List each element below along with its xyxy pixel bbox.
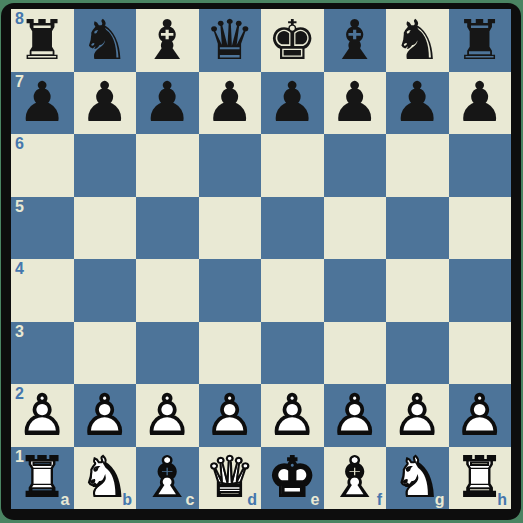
white-piece-outline-glyph: ♖ <box>449 447 512 510</box>
white-piece-outline-glyph: ♕ <box>199 447 262 510</box>
black-piece-glyph: ♚ <box>261 9 324 72</box>
square-d8[interactable]: ♛ <box>199 9 262 72</box>
square-b7[interactable]: ♟ <box>74 72 137 135</box>
square-a1[interactable]: ♜♖1a <box>11 447 74 510</box>
square-d2[interactable]: ♟♙ <box>199 384 262 447</box>
piece-white-rook-a1[interactable]: ♜♖ <box>11 447 74 510</box>
black-piece-glyph: ♟ <box>136 72 199 135</box>
square-g3[interactable] <box>386 322 449 385</box>
black-piece-glyph: ♟ <box>324 72 387 135</box>
board-grid: ♜8♞♝♛♚♝♞♜♟7♟♟♟♟♟♟♟6543♟♙2♟♙♟♙♟♙♟♙♟♙♟♙♟♙♜… <box>11 9 511 509</box>
square-g7[interactable]: ♟ <box>386 72 449 135</box>
square-f2[interactable]: ♟♙ <box>324 384 387 447</box>
black-piece-glyph: ♛ <box>199 9 262 72</box>
square-h8[interactable]: ♜ <box>449 9 512 72</box>
white-piece-outline-glyph: ♙ <box>199 384 262 447</box>
square-c3[interactable] <box>136 322 199 385</box>
black-piece-glyph: ♜ <box>11 9 74 72</box>
piece-black-pawn-b7[interactable]: ♟ <box>74 72 137 135</box>
piece-white-pawn-f2[interactable]: ♟♙ <box>324 384 387 447</box>
black-piece-glyph: ♞ <box>74 9 137 72</box>
page-background: ♜8♞♝♛♚♝♞♜♟7♟♟♟♟♟♟♟6543♟♙2♟♙♟♙♟♙♟♙♟♙♟♙♟♙♜… <box>0 0 523 523</box>
piece-black-pawn-g7[interactable]: ♟ <box>386 72 449 135</box>
square-e7[interactable]: ♟ <box>261 72 324 135</box>
square-c7[interactable]: ♟ <box>136 72 199 135</box>
square-h7[interactable]: ♟ <box>449 72 512 135</box>
square-d6[interactable] <box>199 134 262 197</box>
black-piece-glyph: ♜ <box>449 9 512 72</box>
piece-white-knight-b1[interactable]: ♞♘ <box>74 447 137 510</box>
white-piece-outline-glyph: ♙ <box>136 384 199 447</box>
square-a7[interactable]: ♟7 <box>11 72 74 135</box>
piece-black-pawn-a7[interactable]: ♟ <box>11 72 74 135</box>
square-g8[interactable]: ♞ <box>386 9 449 72</box>
square-a6[interactable]: 6 <box>11 134 74 197</box>
black-piece-glyph: ♟ <box>261 72 324 135</box>
square-e4[interactable] <box>261 259 324 322</box>
piece-white-bishop-c1[interactable]: ♝♗ <box>136 447 199 510</box>
piece-white-king-e1[interactable]: ♚♔ <box>261 447 324 510</box>
black-piece-glyph: ♝ <box>136 9 199 72</box>
piece-white-pawn-b2[interactable]: ♟♙ <box>74 384 137 447</box>
white-piece-outline-glyph: ♖ <box>11 447 74 510</box>
rank-label-3: 3 <box>15 324 24 340</box>
square-b1[interactable]: ♞♘b <box>74 447 137 510</box>
piece-white-pawn-h2[interactable]: ♟♙ <box>449 384 512 447</box>
square-f4[interactable] <box>324 259 387 322</box>
black-piece-glyph: ♟ <box>449 72 512 135</box>
piece-black-queen-d8[interactable]: ♛ <box>199 9 262 72</box>
square-h1[interactable]: ♜♖h <box>449 447 512 510</box>
square-c2[interactable]: ♟♙ <box>136 384 199 447</box>
square-f3[interactable] <box>324 322 387 385</box>
square-c4[interactable] <box>136 259 199 322</box>
piece-black-pawn-c7[interactable]: ♟ <box>136 72 199 135</box>
square-g4[interactable] <box>386 259 449 322</box>
black-piece-glyph: ♟ <box>386 72 449 135</box>
white-piece-outline-glyph: ♔ <box>261 447 324 510</box>
white-piece-outline-glyph: ♙ <box>261 384 324 447</box>
white-piece-outline-glyph: ♗ <box>324 447 387 510</box>
white-piece-outline-glyph: ♙ <box>324 384 387 447</box>
square-d7[interactable]: ♟ <box>199 72 262 135</box>
square-b4[interactable] <box>74 259 137 322</box>
piece-black-knight-b8[interactable]: ♞ <box>74 9 137 72</box>
piece-black-pawn-d7[interactable]: ♟ <box>199 72 262 135</box>
black-piece-glyph: ♟ <box>199 72 262 135</box>
piece-black-king-e8[interactable]: ♚ <box>261 9 324 72</box>
piece-black-pawn-e7[interactable]: ♟ <box>261 72 324 135</box>
rank-label-4: 4 <box>15 261 24 277</box>
white-piece-outline-glyph: ♘ <box>386 447 449 510</box>
chess-board: ♜8♞♝♛♚♝♞♜♟7♟♟♟♟♟♟♟6543♟♙2♟♙♟♙♟♙♟♙♟♙♟♙♟♙♜… <box>1 3 521 520</box>
square-h2[interactable]: ♟♙ <box>449 384 512 447</box>
piece-white-pawn-e2[interactable]: ♟♙ <box>261 384 324 447</box>
piece-black-knight-g8[interactable]: ♞ <box>386 9 449 72</box>
square-f5[interactable] <box>324 197 387 260</box>
square-d5[interactable] <box>199 197 262 260</box>
square-d3[interactable] <box>199 322 262 385</box>
black-piece-glyph: ♟ <box>11 72 74 135</box>
rank-label-5: 5 <box>15 199 24 215</box>
rank-label-6: 6 <box>15 136 24 152</box>
square-h6[interactable] <box>449 134 512 197</box>
square-c5[interactable] <box>136 197 199 260</box>
white-piece-outline-glyph: ♘ <box>74 447 137 510</box>
square-f8[interactable]: ♝ <box>324 9 387 72</box>
square-e3[interactable] <box>261 322 324 385</box>
square-h4[interactable] <box>449 259 512 322</box>
square-a8[interactable]: ♜8 <box>11 9 74 72</box>
piece-black-bishop-c8[interactable]: ♝ <box>136 9 199 72</box>
black-piece-glyph: ♟ <box>74 72 137 135</box>
white-piece-outline-glyph: ♙ <box>74 384 137 447</box>
piece-white-pawn-a2[interactable]: ♟♙ <box>11 384 74 447</box>
white-piece-outline-glyph: ♙ <box>386 384 449 447</box>
piece-white-rook-h1[interactable]: ♜♖ <box>449 447 512 510</box>
piece-white-pawn-g2[interactable]: ♟♙ <box>386 384 449 447</box>
square-c6[interactable] <box>136 134 199 197</box>
piece-white-queen-d1[interactable]: ♛♕ <box>199 447 262 510</box>
square-b3[interactable] <box>74 322 137 385</box>
square-d1[interactable]: ♛♕d <box>199 447 262 510</box>
square-e1[interactable]: ♚♔e <box>261 447 324 510</box>
square-b6[interactable] <box>74 134 137 197</box>
square-g6[interactable] <box>386 134 449 197</box>
square-e8[interactable]: ♚ <box>261 9 324 72</box>
square-b2[interactable]: ♟♙ <box>74 384 137 447</box>
square-f7[interactable]: ♟ <box>324 72 387 135</box>
square-a3[interactable]: 3 <box>11 322 74 385</box>
square-b5[interactable] <box>74 197 137 260</box>
square-c1[interactable]: ♝♗c <box>136 447 199 510</box>
square-f1[interactable]: ♝♗f <box>324 447 387 510</box>
piece-white-knight-g1[interactable]: ♞♘ <box>386 447 449 510</box>
piece-white-pawn-d2[interactable]: ♟♙ <box>199 384 262 447</box>
square-b8[interactable]: ♞ <box>74 9 137 72</box>
piece-white-bishop-f1[interactable]: ♝♗ <box>324 447 387 510</box>
piece-black-bishop-f8[interactable]: ♝ <box>324 9 387 72</box>
square-f6[interactable] <box>324 134 387 197</box>
white-piece-outline-glyph: ♙ <box>449 384 512 447</box>
piece-black-pawn-f7[interactable]: ♟ <box>324 72 387 135</box>
square-e6[interactable] <box>261 134 324 197</box>
piece-white-pawn-c2[interactable]: ♟♙ <box>136 384 199 447</box>
square-e5[interactable] <box>261 197 324 260</box>
black-piece-glyph: ♝ <box>324 9 387 72</box>
square-a4[interactable]: 4 <box>11 259 74 322</box>
square-h3[interactable] <box>449 322 512 385</box>
square-h5[interactable] <box>449 197 512 260</box>
square-e2[interactable]: ♟♙ <box>261 384 324 447</box>
black-piece-glyph: ♞ <box>386 9 449 72</box>
piece-black-rook-h8[interactable]: ♜ <box>449 9 512 72</box>
square-c8[interactable]: ♝ <box>136 9 199 72</box>
square-g1[interactable]: ♞♘g <box>386 447 449 510</box>
square-d4[interactable] <box>199 259 262 322</box>
white-piece-outline-glyph: ♗ <box>136 447 199 510</box>
piece-black-rook-a8[interactable]: ♜ <box>11 9 74 72</box>
square-a5[interactable]: 5 <box>11 197 74 260</box>
white-piece-outline-glyph: ♙ <box>11 384 74 447</box>
piece-black-pawn-h7[interactable]: ♟ <box>449 72 512 135</box>
square-g5[interactable] <box>386 197 449 260</box>
square-a2[interactable]: ♟♙2 <box>11 384 74 447</box>
square-g2[interactable]: ♟♙ <box>386 384 449 447</box>
